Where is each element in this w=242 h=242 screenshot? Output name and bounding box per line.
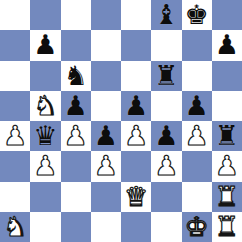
square-h5[interactable] <box>212 91 242 121</box>
square-d1[interactable] <box>91 212 121 242</box>
square-e8[interactable] <box>121 0 151 30</box>
square-a4[interactable]: ♟ <box>0 121 30 151</box>
square-f2[interactable] <box>151 182 181 212</box>
black-pawn-icon[interactable]: ♟ <box>215 30 239 60</box>
square-b2[interactable] <box>30 182 60 212</box>
white-rook-icon[interactable]: ♜ <box>215 212 239 242</box>
square-f8[interactable]: ♝ <box>151 0 181 30</box>
square-b1[interactable] <box>30 212 60 242</box>
black-pawn-icon[interactable]: ♟ <box>154 121 178 151</box>
square-c3[interactable] <box>61 151 91 181</box>
square-h2[interactable]: ♜ <box>212 182 242 212</box>
white-knight-icon[interactable]: ♞ <box>33 91 57 121</box>
square-c8[interactable] <box>61 0 91 30</box>
white-pawn-icon[interactable]: ♟ <box>185 121 209 151</box>
square-a2[interactable] <box>0 182 30 212</box>
square-d2[interactable] <box>91 182 121 212</box>
white-pawn-icon[interactable]: ♟ <box>64 121 88 151</box>
square-h3[interactable]: ♟ <box>212 151 242 181</box>
black-knight-icon[interactable]: ♞ <box>64 61 88 91</box>
square-d3[interactable]: ♟ <box>91 151 121 181</box>
black-bishop-icon[interactable]: ♝ <box>154 0 178 30</box>
square-f5[interactable] <box>151 91 181 121</box>
black-pawn-icon[interactable]: ♟ <box>33 30 57 60</box>
black-queen-icon[interactable]: ♛ <box>33 121 57 151</box>
square-a3[interactable] <box>0 151 30 181</box>
square-a6[interactable] <box>0 61 30 91</box>
square-b8[interactable] <box>30 0 60 30</box>
square-d8[interactable] <box>91 0 121 30</box>
square-c7[interactable] <box>61 30 91 60</box>
black-pawn-icon[interactable]: ♟ <box>185 91 209 121</box>
square-f4[interactable]: ♟ <box>151 121 181 151</box>
square-h4[interactable]: ♜ <box>212 121 242 151</box>
square-h6[interactable] <box>212 61 242 91</box>
square-g1[interactable]: ♚ <box>182 212 212 242</box>
black-king-icon[interactable]: ♚ <box>185 0 209 30</box>
square-a5[interactable] <box>0 91 30 121</box>
square-f3[interactable]: ♟ <box>151 151 181 181</box>
square-c6[interactable]: ♞ <box>61 61 91 91</box>
square-h8[interactable] <box>212 0 242 30</box>
square-g6[interactable] <box>182 61 212 91</box>
square-b6[interactable] <box>30 61 60 91</box>
square-g5[interactable]: ♟ <box>182 91 212 121</box>
white-pawn-icon[interactable]: ♟ <box>215 151 239 181</box>
square-b7[interactable]: ♟ <box>30 30 60 60</box>
white-knight-icon[interactable]: ♞ <box>3 212 27 242</box>
black-rook-icon[interactable]: ♜ <box>215 121 239 151</box>
chess-board: ♝♚♟♟♞♜♞♟♟♟♟♛♟♟♟♟♟♜♟♟♟♟♛♜♞♚♜ <box>0 0 242 242</box>
white-pawn-icon[interactable]: ♟ <box>124 121 148 151</box>
black-pawn-icon[interactable]: ♟ <box>124 91 148 121</box>
square-d5[interactable] <box>91 91 121 121</box>
black-pawn-icon[interactable]: ♟ <box>94 121 118 151</box>
square-d7[interactable] <box>91 30 121 60</box>
square-h7[interactable]: ♟ <box>212 30 242 60</box>
square-h1[interactable]: ♜ <box>212 212 242 242</box>
square-d6[interactable] <box>91 61 121 91</box>
square-e4[interactable]: ♟ <box>121 121 151 151</box>
square-e6[interactable] <box>121 61 151 91</box>
white-king-icon[interactable]: ♚ <box>185 212 209 242</box>
square-a7[interactable] <box>0 30 30 60</box>
square-c2[interactable] <box>61 182 91 212</box>
square-c4[interactable]: ♟ <box>61 121 91 151</box>
white-pawn-icon[interactable]: ♟ <box>3 121 27 151</box>
white-rook-icon[interactable]: ♜ <box>215 182 239 212</box>
square-g7[interactable] <box>182 30 212 60</box>
black-rook-icon[interactable]: ♜ <box>154 61 178 91</box>
square-g4[interactable]: ♟ <box>182 121 212 151</box>
square-g3[interactable] <box>182 151 212 181</box>
square-b5[interactable]: ♞ <box>30 91 60 121</box>
square-g2[interactable] <box>182 182 212 212</box>
square-b3[interactable]: ♟ <box>30 151 60 181</box>
square-e3[interactable] <box>121 151 151 181</box>
square-f6[interactable]: ♜ <box>151 61 181 91</box>
white-pawn-icon[interactable]: ♟ <box>33 151 57 181</box>
square-c5[interactable]: ♟ <box>61 91 91 121</box>
square-e1[interactable] <box>121 212 151 242</box>
square-e7[interactable] <box>121 30 151 60</box>
white-pawn-icon[interactable]: ♟ <box>94 151 118 181</box>
square-b4[interactable]: ♛ <box>30 121 60 151</box>
square-g8[interactable]: ♚ <box>182 0 212 30</box>
square-e2[interactable]: ♛ <box>121 182 151 212</box>
square-f1[interactable] <box>151 212 181 242</box>
black-pawn-icon[interactable]: ♟ <box>64 91 88 121</box>
white-pawn-icon[interactable]: ♟ <box>154 151 178 181</box>
square-d4[interactable]: ♟ <box>91 121 121 151</box>
square-a1[interactable]: ♞ <box>0 212 30 242</box>
chess-board-container: ♝♚♟♟♞♜♞♟♟♟♟♛♟♟♟♟♟♜♟♟♟♟♛♜♞♚♜ <box>0 0 242 242</box>
square-a8[interactable] <box>0 0 30 30</box>
square-e5[interactable]: ♟ <box>121 91 151 121</box>
square-f7[interactable] <box>151 30 181 60</box>
square-c1[interactable] <box>61 212 91 242</box>
white-queen-icon[interactable]: ♛ <box>124 182 148 212</box>
